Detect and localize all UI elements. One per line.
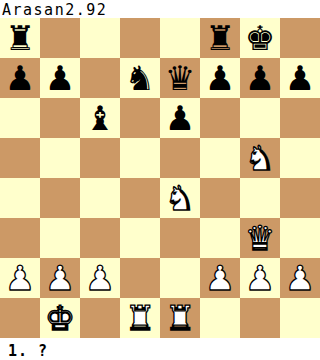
square-f7[interactable]: ♟ (200, 58, 240, 98)
square-h3[interactable] (280, 218, 320, 258)
move-prompt: 1. ? (0, 338, 320, 360)
square-c6[interactable]: ♝ (80, 98, 120, 138)
piece-black-pawn[interactable]: ♟ (165, 98, 195, 138)
square-g8[interactable]: ♚ (240, 18, 280, 58)
square-a1[interactable] (0, 298, 40, 338)
piece-white-pawn[interactable]: ♟ (85, 258, 115, 298)
square-h1[interactable] (280, 298, 320, 338)
square-e1[interactable]: ♜ (160, 298, 200, 338)
square-c7[interactable] (80, 58, 120, 98)
square-b8[interactable] (40, 18, 80, 58)
piece-white-pawn[interactable]: ♟ (285, 258, 315, 298)
chess-board: ♜♜♚♟♟♞♛♟♟♟♝♟♞♞♛♟♟♟♟♟♟♚♜♜ (0, 18, 320, 338)
square-e3[interactable] (160, 218, 200, 258)
piece-black-queen[interactable]: ♛ (165, 58, 195, 98)
square-a3[interactable] (0, 218, 40, 258)
square-a2[interactable]: ♟ (0, 258, 40, 298)
square-d8[interactable] (120, 18, 160, 58)
square-g7[interactable]: ♟ (240, 58, 280, 98)
piece-black-pawn[interactable]: ♟ (245, 58, 275, 98)
square-e2[interactable] (160, 258, 200, 298)
square-h5[interactable] (280, 138, 320, 178)
square-h2[interactable]: ♟ (280, 258, 320, 298)
square-f6[interactable] (200, 98, 240, 138)
square-c4[interactable] (80, 178, 120, 218)
piece-white-king[interactable]: ♚ (45, 298, 75, 338)
square-f4[interactable] (200, 178, 240, 218)
square-g3[interactable]: ♛ (240, 218, 280, 258)
square-f5[interactable] (200, 138, 240, 178)
square-a8[interactable]: ♜ (0, 18, 40, 58)
square-g6[interactable] (240, 98, 280, 138)
square-h8[interactable] (280, 18, 320, 58)
square-d5[interactable] (120, 138, 160, 178)
square-a5[interactable] (0, 138, 40, 178)
piece-white-knight[interactable]: ♞ (165, 178, 195, 218)
square-b4[interactable] (40, 178, 80, 218)
square-d4[interactable] (120, 178, 160, 218)
square-e5[interactable] (160, 138, 200, 178)
square-f1[interactable] (200, 298, 240, 338)
square-b7[interactable]: ♟ (40, 58, 80, 98)
square-h7[interactable]: ♟ (280, 58, 320, 98)
square-c8[interactable] (80, 18, 120, 58)
square-a7[interactable]: ♟ (0, 58, 40, 98)
piece-black-knight[interactable]: ♞ (125, 58, 155, 98)
square-c2[interactable]: ♟ (80, 258, 120, 298)
piece-black-rook[interactable]: ♜ (205, 18, 235, 58)
piece-black-pawn[interactable]: ♟ (5, 58, 35, 98)
square-d3[interactable] (120, 218, 160, 258)
square-f2[interactable]: ♟ (200, 258, 240, 298)
square-b2[interactable]: ♟ (40, 258, 80, 298)
square-d1[interactable]: ♜ (120, 298, 160, 338)
square-d6[interactable] (120, 98, 160, 138)
piece-black-pawn[interactable]: ♟ (205, 58, 235, 98)
square-a6[interactable] (0, 98, 40, 138)
square-g5[interactable]: ♞ (240, 138, 280, 178)
square-a4[interactable] (0, 178, 40, 218)
piece-white-pawn[interactable]: ♟ (5, 258, 35, 298)
square-f3[interactable] (200, 218, 240, 258)
piece-white-rook[interactable]: ♜ (165, 298, 195, 338)
piece-white-pawn[interactable]: ♟ (205, 258, 235, 298)
square-d2[interactable] (120, 258, 160, 298)
piece-black-bishop[interactable]: ♝ (85, 98, 115, 138)
square-f8[interactable]: ♜ (200, 18, 240, 58)
square-h4[interactable] (280, 178, 320, 218)
piece-white-queen[interactable]: ♛ (245, 218, 275, 258)
piece-white-pawn[interactable]: ♟ (45, 258, 75, 298)
square-e7[interactable]: ♛ (160, 58, 200, 98)
square-d7[interactable]: ♞ (120, 58, 160, 98)
piece-black-king[interactable]: ♚ (245, 18, 275, 58)
square-b6[interactable] (40, 98, 80, 138)
piece-white-pawn[interactable]: ♟ (245, 258, 275, 298)
piece-white-knight[interactable]: ♞ (245, 138, 275, 178)
piece-white-rook[interactable]: ♜ (125, 298, 155, 338)
square-b5[interactable] (40, 138, 80, 178)
square-g4[interactable] (240, 178, 280, 218)
square-c5[interactable] (80, 138, 120, 178)
square-h6[interactable] (280, 98, 320, 138)
square-c1[interactable] (80, 298, 120, 338)
square-b3[interactable] (40, 218, 80, 258)
engine-title: Arasan2.92 (0, 0, 320, 18)
piece-black-pawn[interactable]: ♟ (285, 58, 315, 98)
square-g1[interactable] (240, 298, 280, 338)
square-e8[interactable] (160, 18, 200, 58)
piece-black-pawn[interactable]: ♟ (45, 58, 75, 98)
square-g2[interactable]: ♟ (240, 258, 280, 298)
square-b1[interactable]: ♚ (40, 298, 80, 338)
square-c3[interactable] (80, 218, 120, 258)
square-e6[interactable]: ♟ (160, 98, 200, 138)
square-e4[interactable]: ♞ (160, 178, 200, 218)
piece-black-rook[interactable]: ♜ (5, 18, 35, 58)
